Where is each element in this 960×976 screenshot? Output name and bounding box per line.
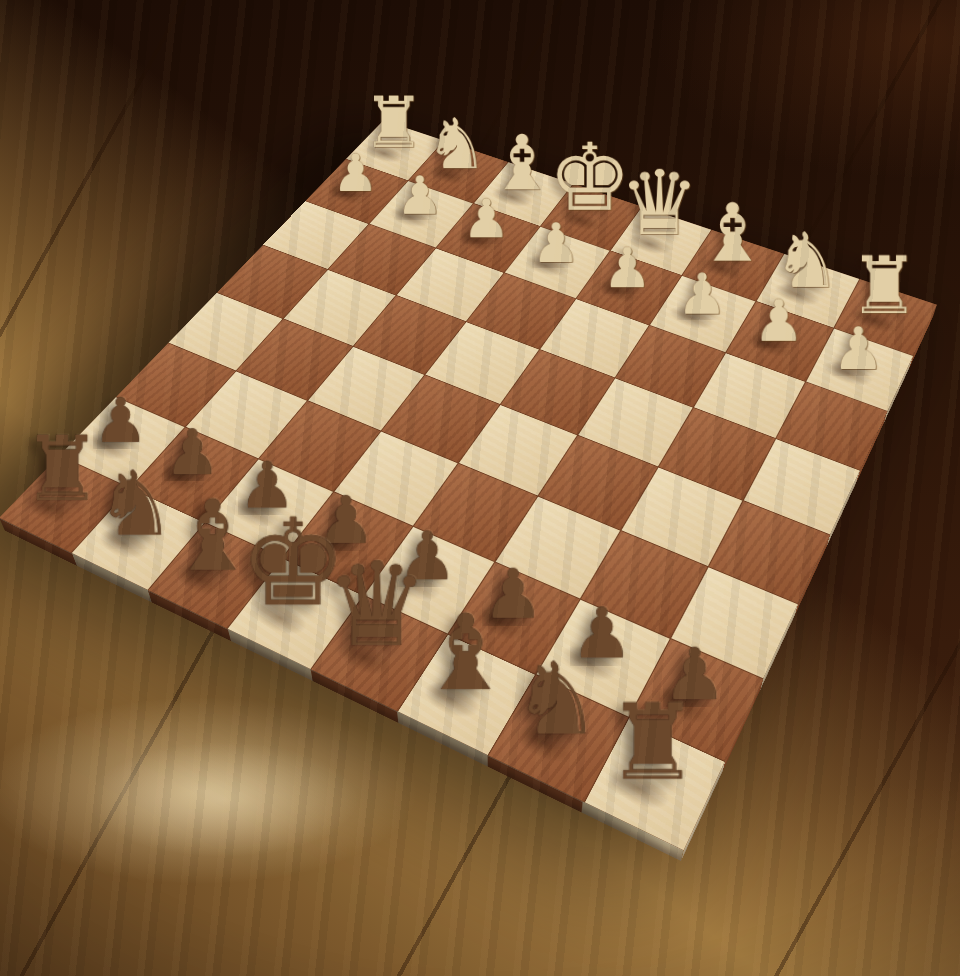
black-rook[interactable]: ♜ [22,424,102,514]
white-pawn[interactable]: ♟ [832,319,885,378]
white-pawn[interactable]: ♟ [602,240,652,296]
black-knight[interactable]: ♞ [96,459,176,548]
chess-board: ♜♞♝♚♛♝♞♜♟♟♟♟♟♟♟♟♟♟♟♟♟♟♟♟♜♞♝♚♛♝♞♜ [0,120,937,850]
white-pawn[interactable]: ♟ [396,169,443,222]
white-pawn[interactable]: ♟ [531,216,580,271]
white-pawn[interactable]: ♟ [463,192,511,246]
black-queen[interactable]: ♛ [325,547,429,663]
table-background: ♜♞♝♚♛♝♞♜♟♟♟♟♟♟♟♟♟♟♟♟♟♟♟♟♜♞♝♚♛♝♞♜ [0,0,960,976]
square-c5[interactable] [539,435,658,530]
white-pawn[interactable]: ♟ [676,266,727,323]
black-rook[interactable]: ♜ [606,690,700,795]
table-light-reflection [88,742,358,857]
white-pawn[interactable]: ♟ [753,292,805,350]
black-knight[interactable]: ♞ [512,649,601,749]
white-pawn[interactable]: ♟ [332,147,378,199]
black-bishop[interactable]: ♝ [418,601,512,706]
